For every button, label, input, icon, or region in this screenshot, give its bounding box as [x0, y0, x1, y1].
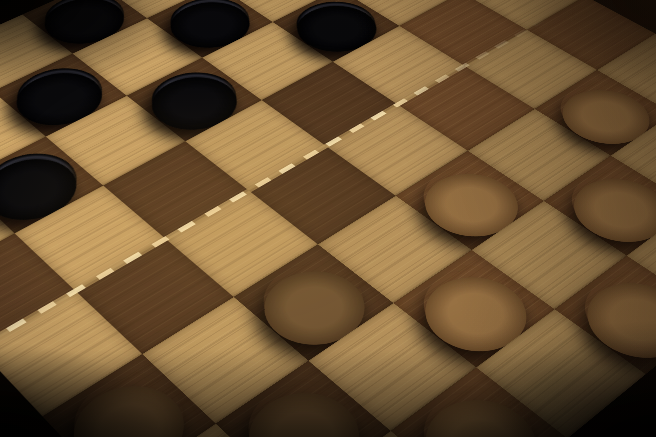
checkers-board [0, 0, 656, 437]
checkers-photo-frame [0, 0, 656, 437]
